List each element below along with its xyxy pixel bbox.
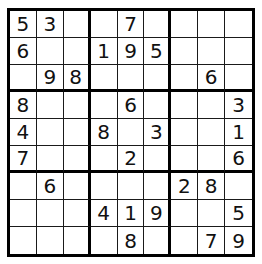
sudoku-cell-empty[interactable] [198, 92, 225, 119]
sudoku-cell-given: 5 [10, 11, 37, 38]
sudoku-cell-given: 1 [91, 38, 118, 65]
sudoku-cell-empty[interactable] [64, 119, 91, 146]
sudoku-cell-given: 1 [118, 200, 145, 227]
sudoku-cell-empty[interactable] [144, 227, 171, 254]
sudoku-cell-empty[interactable] [225, 65, 252, 92]
sudoku-cell-empty[interactable] [171, 200, 198, 227]
sudoku-cell-given: 3 [144, 119, 171, 146]
sudoku-cell-given: 9 [37, 65, 64, 92]
sudoku-cell-empty[interactable] [37, 119, 64, 146]
sudoku-cell-empty[interactable] [91, 11, 118, 38]
sudoku-cell-given: 8 [118, 227, 145, 254]
sudoku-cell-empty[interactable] [225, 11, 252, 38]
sudoku-cell-empty[interactable] [64, 11, 91, 38]
sudoku-cell-empty[interactable] [171, 65, 198, 92]
sudoku-cell-empty[interactable] [171, 92, 198, 119]
sudoku-cell-empty[interactable] [118, 65, 145, 92]
sudoku-cell-empty[interactable] [64, 92, 91, 119]
sudoku-cell-given: 3 [37, 11, 64, 38]
sudoku-cell-given: 6 [118, 92, 145, 119]
sudoku-cell-given: 3 [225, 92, 252, 119]
sudoku-cell-given: 7 [198, 227, 225, 254]
sudoku-cell-empty[interactable] [198, 146, 225, 173]
sudoku-cell-empty[interactable] [118, 173, 145, 200]
sudoku-cell-given: 5 [225, 200, 252, 227]
sudoku-cell-empty[interactable] [10, 200, 37, 227]
sudoku-board: 537619598686348317266284195879 [7, 8, 255, 257]
sudoku-cell-empty[interactable] [225, 173, 252, 200]
sudoku-cell-empty[interactable] [198, 119, 225, 146]
sudoku-cell-given: 6 [37, 173, 64, 200]
sudoku-cell-given: 5 [144, 38, 171, 65]
sudoku-cell-empty[interactable] [144, 65, 171, 92]
sudoku-cell-given: 9 [225, 227, 252, 254]
sudoku-cell-given: 8 [64, 65, 91, 92]
sudoku-cell-given: 1 [225, 119, 252, 146]
sudoku-cell-empty[interactable] [198, 11, 225, 38]
sudoku-cell-empty[interactable] [37, 146, 64, 173]
sudoku-cell-empty[interactable] [64, 200, 91, 227]
sudoku-cell-empty[interactable] [10, 173, 37, 200]
sudoku-cell-empty[interactable] [118, 119, 145, 146]
sudoku-cell-empty[interactable] [144, 11, 171, 38]
sudoku-cell-given: 6 [225, 146, 252, 173]
sudoku-cell-empty[interactable] [198, 200, 225, 227]
sudoku-cell-empty[interactable] [10, 227, 37, 254]
sudoku-cell-empty[interactable] [225, 38, 252, 65]
sudoku-cell-given: 8 [91, 119, 118, 146]
sudoku-cell-empty[interactable] [91, 173, 118, 200]
sudoku-cell-empty[interactable] [144, 92, 171, 119]
sudoku-cell-given: 6 [10, 38, 37, 65]
sudoku-cell-empty[interactable] [37, 227, 64, 254]
sudoku-cell-empty[interactable] [37, 92, 64, 119]
sudoku-cell-given: 9 [144, 200, 171, 227]
sudoku-cell-empty[interactable] [91, 146, 118, 173]
sudoku-cell-given: 7 [10, 146, 37, 173]
sudoku-cell-empty[interactable] [64, 38, 91, 65]
sudoku-cell-empty[interactable] [37, 38, 64, 65]
sudoku-cell-empty[interactable] [91, 92, 118, 119]
sudoku-cell-empty[interactable] [10, 65, 37, 92]
sudoku-cell-given: 2 [171, 173, 198, 200]
sudoku-cell-empty[interactable] [91, 65, 118, 92]
sudoku-cell-given: 9 [118, 38, 145, 65]
sudoku-cell-empty[interactable] [64, 173, 91, 200]
sudoku-cell-given: 2 [118, 146, 145, 173]
sudoku-cell-empty[interactable] [171, 146, 198, 173]
sudoku-cell-given: 8 [198, 173, 225, 200]
sudoku-cell-empty[interactable] [64, 146, 91, 173]
sudoku-cell-empty[interactable] [171, 227, 198, 254]
sudoku-cell-empty[interactable] [91, 227, 118, 254]
sudoku-cell-given: 4 [10, 119, 37, 146]
sudoku-cell-empty[interactable] [171, 38, 198, 65]
sudoku-cell-empty[interactable] [37, 200, 64, 227]
sudoku-cell-given: 4 [91, 200, 118, 227]
sudoku-cell-given: 8 [10, 92, 37, 119]
sudoku-cell-empty[interactable] [171, 11, 198, 38]
sudoku-cell-empty[interactable] [171, 119, 198, 146]
sudoku-cell-empty[interactable] [198, 38, 225, 65]
sudoku-cell-given: 6 [198, 65, 225, 92]
sudoku-cell-empty[interactable] [144, 173, 171, 200]
sudoku-cell-empty[interactable] [144, 146, 171, 173]
sudoku-cell-given: 7 [118, 11, 145, 38]
sudoku-cell-empty[interactable] [64, 227, 91, 254]
